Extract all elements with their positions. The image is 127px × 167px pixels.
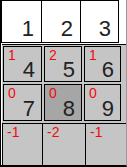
cell-annotation: 0 bbox=[49, 86, 57, 100]
cell-r3c1[interactable]: 0 7 bbox=[3, 84, 42, 121]
cell-r4c2[interactable]: -2 bbox=[42, 123, 85, 165]
cell-value: 5 bbox=[63, 59, 75, 81]
cell-value: 8 bbox=[63, 98, 75, 120]
cell-annotation: 0 bbox=[89, 86, 97, 100]
cell-r4c3[interactable]: -1 bbox=[85, 123, 126, 165]
puzzle-board: 1 2 3 1 4 2 5 1 6 0 7 0 8 0 9 -1 -2 -1 bbox=[0, 0, 127, 167]
cell-value: 6 bbox=[102, 59, 114, 81]
cell-value: 3 bbox=[99, 18, 111, 40]
cell-r1c2[interactable]: 2 bbox=[41, 0, 81, 43]
cell-annotation: -1 bbox=[7, 125, 19, 139]
cell-annotation: -1 bbox=[90, 125, 102, 139]
cell-value: 4 bbox=[23, 59, 35, 81]
cell-value: 1 bbox=[22, 18, 34, 40]
cell-r4c1[interactable]: -1 bbox=[2, 123, 42, 165]
cell-r1c1[interactable]: 1 bbox=[1, 0, 42, 43]
cell-annotation: 1 bbox=[89, 48, 97, 62]
cell-r3c3[interactable]: 0 9 bbox=[84, 84, 121, 121]
cell-r2c3[interactable]: 1 6 bbox=[84, 46, 121, 82]
cell-r3c2-selected[interactable]: 0 8 bbox=[44, 84, 82, 121]
cell-r2c2[interactable]: 2 5 bbox=[44, 46, 82, 82]
cell-annotation: -2 bbox=[47, 125, 59, 139]
cell-r2c1[interactable]: 1 4 bbox=[3, 46, 42, 82]
cell-value: 9 bbox=[102, 98, 114, 120]
cell-value: 2 bbox=[61, 18, 73, 40]
cell-annotation: 1 bbox=[8, 48, 16, 62]
cell-annotation: 0 bbox=[8, 86, 16, 100]
cell-value: 7 bbox=[23, 98, 35, 120]
cell-annotation: 2 bbox=[49, 48, 57, 62]
cell-r1c3[interactable]: 3 bbox=[80, 0, 119, 43]
